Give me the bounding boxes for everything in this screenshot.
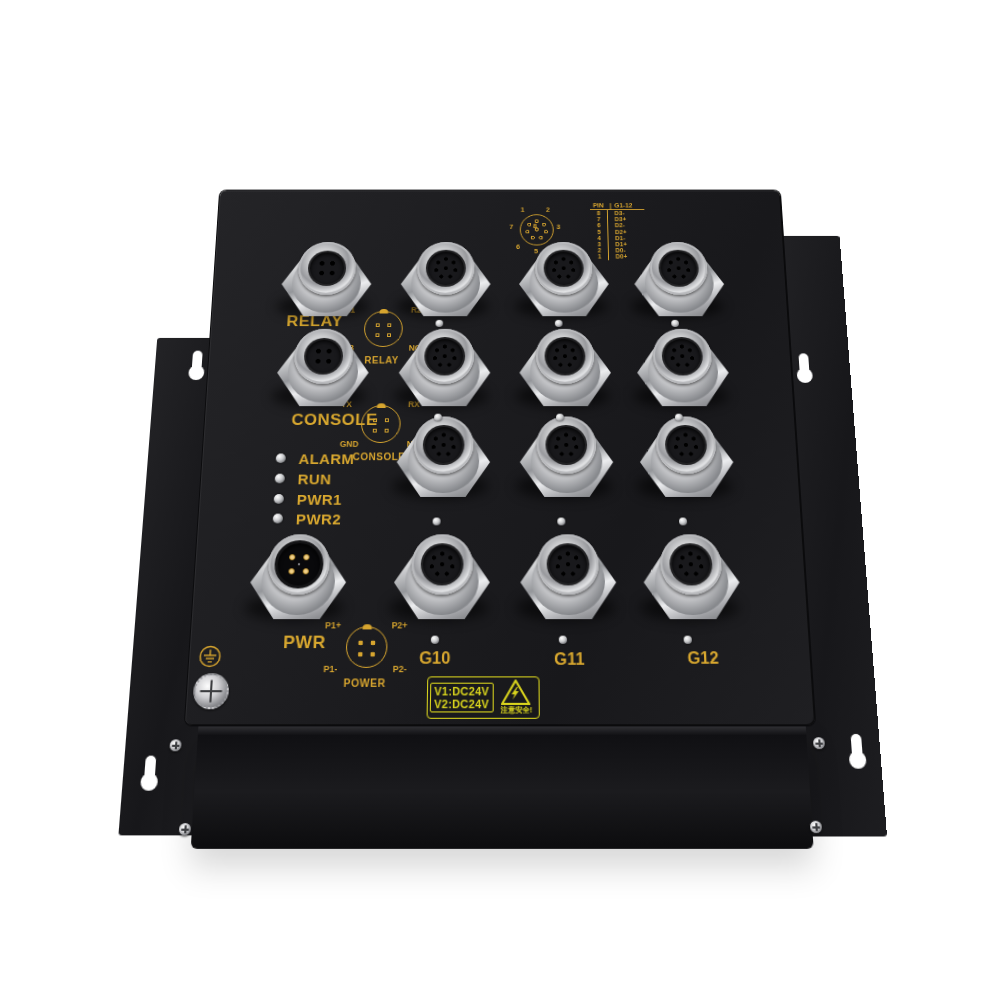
pin-number: 8 bbox=[533, 222, 537, 230]
pinout-circle bbox=[361, 405, 401, 443]
electric-hazard-icon bbox=[501, 680, 530, 705]
pin-number: 1 bbox=[521, 206, 525, 214]
pin-number: 2 bbox=[546, 206, 550, 214]
voltage-text-box: V1:DC24V V2:DC24V bbox=[430, 683, 494, 713]
g-port-11 bbox=[520, 532, 617, 621]
pin-number: 7 bbox=[509, 223, 513, 231]
g-port-4 bbox=[398, 327, 490, 408]
front-panel: 1 2 3 4 5 6 7 8 PIN | G1-12 8D3- 7D3+ 6D… bbox=[185, 190, 815, 725]
pwr2-led bbox=[273, 514, 284, 524]
voltage-line-2: V2:DC24V bbox=[434, 698, 489, 711]
pwr1-led bbox=[274, 494, 284, 504]
port-led bbox=[555, 320, 563, 327]
g-port-9 bbox=[639, 415, 736, 499]
alarm-led bbox=[276, 453, 286, 463]
g-port-10 bbox=[393, 532, 490, 621]
voltage-warning-label: V1:DC24V V2:DC24V 注意安全! bbox=[427, 676, 540, 719]
product-photo: 1 2 3 4 5 6 7 8 PIN | G1-12 8D3- 7D3+ 6D… bbox=[0, 0, 1000, 1000]
case-screw bbox=[813, 737, 825, 749]
port-led bbox=[559, 636, 567, 644]
g-port-1 bbox=[400, 240, 491, 318]
port-led bbox=[671, 320, 679, 327]
ground-symbol bbox=[198, 645, 222, 668]
port-led bbox=[679, 518, 687, 526]
console-connector bbox=[275, 327, 370, 408]
alarm-led-label: ALARM bbox=[298, 451, 354, 467]
voltage-line-1: V1:DC24V bbox=[434, 685, 489, 698]
device-side-panel bbox=[191, 723, 814, 849]
g-port-8 bbox=[520, 415, 614, 499]
pwr2-led-label: PWR2 bbox=[296, 511, 342, 528]
port-led bbox=[435, 320, 443, 327]
caution-text: 注意安全! bbox=[493, 705, 539, 716]
pwr1-led-label: PWR1 bbox=[296, 491, 342, 508]
power-connector bbox=[248, 532, 348, 621]
pinout-circle bbox=[345, 626, 388, 668]
pin-table-divider: | bbox=[607, 202, 615, 208]
port-led bbox=[684, 636, 693, 644]
pwr-label: PWR bbox=[283, 633, 326, 654]
g-port-5 bbox=[519, 327, 612, 408]
port-label-g12: G12 bbox=[675, 649, 732, 668]
g-port-12 bbox=[642, 532, 741, 621]
port-led bbox=[433, 518, 441, 526]
port-led bbox=[557, 518, 565, 526]
pin-number: 3 bbox=[556, 223, 560, 231]
g-port-3 bbox=[633, 240, 726, 318]
run-led-label: RUN bbox=[297, 471, 331, 487]
power-pinout-diagram: P1+P2+ P1-P2- POWER bbox=[321, 620, 410, 689]
port-led bbox=[431, 636, 439, 644]
port-label-g11: G11 bbox=[541, 650, 597, 669]
ground-screw bbox=[192, 673, 230, 709]
case-screw bbox=[810, 821, 823, 833]
pin-table-header-range: G1-12 bbox=[614, 202, 632, 208]
port-label-g10: G10 bbox=[407, 649, 463, 668]
g-port-6 bbox=[636, 327, 731, 408]
g-port-2 bbox=[519, 240, 610, 318]
port-led bbox=[556, 414, 564, 422]
relay-connector bbox=[280, 240, 373, 318]
port-led bbox=[675, 414, 683, 422]
run-led bbox=[275, 474, 285, 484]
pin-table-header-pin: PIN bbox=[590, 202, 607, 208]
switch-device: 1 2 3 4 5 6 7 8 PIN | G1-12 8D3- 7D3+ 6D… bbox=[111, 182, 888, 858]
g-port-7 bbox=[396, 415, 490, 499]
port-led bbox=[434, 414, 442, 422]
